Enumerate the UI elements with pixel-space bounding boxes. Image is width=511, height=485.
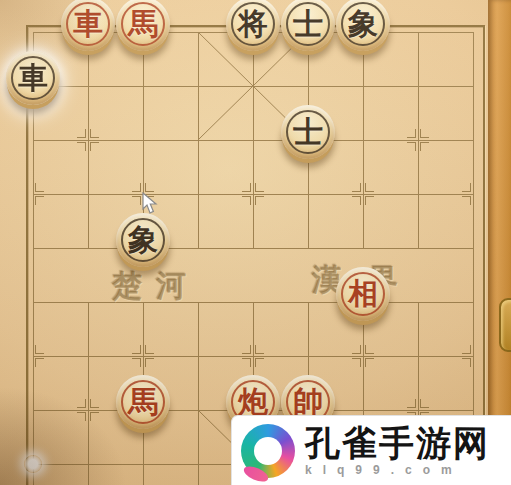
piece-glyph: 相 — [336, 267, 390, 321]
piece-glyph: 将 — [226, 0, 280, 51]
board-cell — [308, 194, 363, 248]
board-cell — [363, 140, 418, 194]
board-cell — [88, 302, 143, 356]
board-cell — [418, 248, 473, 302]
peacock-swirl-logo-icon — [241, 424, 295, 478]
board-cell — [418, 86, 473, 140]
game-screen: 楚河 漢界 車馬将士象車士象相馬炮帥 孔雀手游网 klq99.com — [0, 0, 511, 485]
move-hint-dot[interactable] — [24, 455, 42, 473]
piece-red-elephant[interactable]: 相 — [336, 267, 390, 321]
piece-red-horse[interactable]: 馬 — [116, 0, 170, 51]
board-cell — [143, 140, 198, 194]
board-cell — [33, 248, 88, 302]
watermark-banner: 孔雀手游网 klq99.com — [231, 415, 511, 485]
piece-red-chariot[interactable]: 車 — [61, 0, 115, 51]
board-cell — [418, 302, 473, 356]
board-cell — [418, 356, 473, 410]
board-cell — [418, 140, 473, 194]
board-cell — [198, 86, 253, 140]
board-frame-right — [488, 0, 511, 485]
piece-glyph: 士 — [281, 0, 335, 51]
board-cell — [198, 248, 253, 302]
piece-glyph: 象 — [336, 0, 390, 51]
piece-glyph: 馬 — [116, 375, 170, 429]
board-cell — [143, 302, 198, 356]
piece-glyph: 車 — [61, 0, 115, 51]
board-cell — [33, 410, 88, 464]
board-cell — [33, 356, 88, 410]
board-cell — [418, 32, 473, 86]
piece-glyph: 士 — [281, 105, 335, 159]
board-cell — [198, 302, 253, 356]
piece-glyph: 馬 — [116, 0, 170, 51]
board-cell — [363, 356, 418, 410]
watermark-site-url: klq99.com — [305, 463, 463, 477]
watermark-text-block: 孔雀手游网 klq99.com — [305, 425, 490, 478]
board-cell — [253, 302, 308, 356]
piece-glyph: 象 — [116, 213, 170, 267]
board-cell — [88, 86, 143, 140]
piece-glyph: 車 — [6, 51, 60, 105]
board-cell — [253, 248, 308, 302]
board-cell — [143, 464, 198, 485]
board-cell — [33, 140, 88, 194]
piece-black-elephant[interactable]: 象 — [336, 0, 390, 51]
board-cell — [33, 194, 88, 248]
board-cell — [143, 86, 198, 140]
piece-black-chariot[interactable]: 車 — [6, 51, 60, 105]
watermark-site-name: 孔雀手游网 — [305, 425, 490, 462]
river-label-chu-he: 楚河 — [112, 266, 200, 307]
piece-red-horse-2[interactable]: 馬 — [116, 375, 170, 429]
board-cell — [198, 140, 253, 194]
piece-black-general[interactable]: 将 — [226, 0, 280, 51]
board-cell — [363, 86, 418, 140]
piece-black-advisor[interactable]: 士 — [281, 0, 335, 51]
board-cell — [88, 140, 143, 194]
board-cell — [253, 194, 308, 248]
board-cell — [363, 194, 418, 248]
board-cell — [88, 464, 143, 485]
side-button-partial[interactable] — [499, 298, 511, 352]
piece-black-advisor-2[interactable]: 士 — [281, 105, 335, 159]
board-cell — [198, 194, 253, 248]
board-cell — [33, 302, 88, 356]
board-cell — [418, 194, 473, 248]
piece-black-elephant-2[interactable]: 象 — [116, 213, 170, 267]
